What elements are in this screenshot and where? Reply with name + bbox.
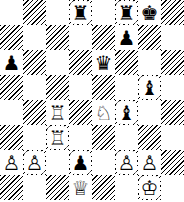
piece-bP: ♟	[70, 151, 91, 174]
square-c5[interactable]	[46, 75, 69, 100]
square-g1[interactable]: ♔	[138, 175, 161, 200]
square-f2[interactable]: ♙	[115, 150, 138, 175]
square-d5[interactable]	[69, 75, 92, 100]
piece-wR: ♖	[47, 126, 68, 149]
piece-bK: ♚	[139, 1, 160, 24]
square-d2[interactable]: ♟	[69, 150, 92, 175]
square-c8[interactable]	[46, 0, 69, 25]
square-g3[interactable]	[138, 125, 161, 150]
piece-wP: ♙	[1, 151, 22, 174]
square-e3[interactable]	[92, 125, 115, 150]
square-h7[interactable]	[161, 25, 184, 50]
square-e1[interactable]	[92, 175, 115, 200]
square-b8[interactable]	[23, 0, 46, 25]
square-d1[interactable]: ♕	[69, 175, 92, 200]
square-c2[interactable]	[46, 150, 69, 175]
square-b7[interactable]	[23, 25, 46, 50]
square-g4[interactable]	[138, 100, 161, 125]
square-f6[interactable]	[115, 50, 138, 75]
square-h8[interactable]	[161, 0, 184, 25]
square-c7[interactable]	[46, 25, 69, 50]
square-c1[interactable]	[46, 175, 69, 200]
square-b1[interactable]	[23, 175, 46, 200]
piece-wQ: ♕	[70, 176, 91, 199]
square-g8[interactable]: ♚	[138, 0, 161, 25]
piece-bB: ♝	[139, 76, 160, 99]
square-b6[interactable]	[23, 50, 46, 75]
square-a5[interactable]	[0, 75, 23, 100]
square-h6[interactable]	[161, 50, 184, 75]
piece-wR: ♖	[47, 101, 68, 124]
square-f5[interactable]	[115, 75, 138, 100]
square-c3[interactable]: ♖	[46, 125, 69, 150]
square-a3[interactable]	[0, 125, 23, 150]
square-d8[interactable]: ♜	[69, 0, 92, 25]
piece-bP: ♟	[1, 51, 22, 74]
chess-board: ♜♜♚♟♟♛♝♖♘♝♖♙♙♟♙♙♕♔	[0, 0, 184, 200]
piece-bB: ♝	[116, 101, 137, 124]
square-c6[interactable]	[46, 50, 69, 75]
square-f4[interactable]: ♝	[115, 100, 138, 125]
square-e4[interactable]: ♘	[92, 100, 115, 125]
piece-bR: ♜	[116, 1, 137, 24]
square-d6[interactable]	[69, 50, 92, 75]
square-f3[interactable]	[115, 125, 138, 150]
square-e7[interactable]	[92, 25, 115, 50]
piece-wP: ♙	[139, 151, 160, 174]
piece-bQ: ♛	[93, 51, 114, 74]
piece-wP: ♙	[24, 151, 45, 174]
square-b2[interactable]: ♙	[23, 150, 46, 175]
square-h2[interactable]	[161, 150, 184, 175]
square-b3[interactable]	[23, 125, 46, 150]
square-g5[interactable]: ♝	[138, 75, 161, 100]
square-g7[interactable]	[138, 25, 161, 50]
square-e5[interactable]	[92, 75, 115, 100]
piece-wP: ♙	[116, 151, 137, 174]
square-a8[interactable]	[0, 0, 23, 25]
square-a7[interactable]	[0, 25, 23, 50]
square-e8[interactable]	[92, 0, 115, 25]
square-e2[interactable]	[92, 150, 115, 175]
square-h4[interactable]	[161, 100, 184, 125]
chess-diagram: ♜♜♚♟♟♛♝♖♘♝♖♙♙♟♙♙♕♔	[0, 0, 184, 202]
square-d4[interactable]	[69, 100, 92, 125]
piece-wK: ♔	[139, 176, 160, 199]
square-b4[interactable]	[23, 100, 46, 125]
square-b5[interactable]	[23, 75, 46, 100]
square-f1[interactable]	[115, 175, 138, 200]
square-a2[interactable]: ♙	[0, 150, 23, 175]
square-a4[interactable]	[0, 100, 23, 125]
square-a6[interactable]: ♟	[0, 50, 23, 75]
square-h3[interactable]	[161, 125, 184, 150]
square-e6[interactable]: ♛	[92, 50, 115, 75]
square-f8[interactable]: ♜	[115, 0, 138, 25]
square-d3[interactable]	[69, 125, 92, 150]
square-d7[interactable]	[69, 25, 92, 50]
piece-bR: ♜	[70, 1, 91, 24]
piece-bP: ♟	[116, 26, 137, 49]
square-g2[interactable]: ♙	[138, 150, 161, 175]
square-h5[interactable]	[161, 75, 184, 100]
square-g6[interactable]	[138, 50, 161, 75]
square-f7[interactable]: ♟	[115, 25, 138, 50]
square-c4[interactable]: ♖	[46, 100, 69, 125]
square-h1[interactable]	[161, 175, 184, 200]
piece-wN: ♘	[93, 101, 114, 124]
square-a1[interactable]	[0, 175, 23, 200]
